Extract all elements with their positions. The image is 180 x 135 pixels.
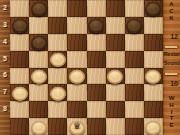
divider-bottom [165,73,177,76]
square-r6c2[interactable] [29,84,48,101]
square-r5c8[interactable] [144,68,163,85]
square-r5c3[interactable] [48,68,67,85]
black-checker[interactable] [88,19,104,33]
sound-button[interactable]: Sound [164,60,180,67]
square-r3c2[interactable] [29,34,48,51]
white-checker[interactable] [50,87,66,101]
square-r5c5[interactable] [87,68,106,85]
square-r4c2[interactable] [29,51,48,68]
square-r8c2[interactable] [29,118,48,135]
square-r3c3[interactable] [48,34,67,51]
square-r5c7[interactable] [125,68,144,85]
white-checker[interactable] [31,120,47,134]
square-r6c1[interactable] [10,84,29,101]
square-r4c3[interactable] [48,51,67,68]
black-label: ACK [163,1,180,21]
row-label-4: 4 [0,38,10,46]
square-r6c3[interactable] [48,84,67,101]
square-r8c6[interactable] [106,118,125,135]
row-label-8: 8 [0,105,10,113]
square-r5c4[interactable] [67,68,86,85]
white-count: 10 [163,80,178,87]
square-r3c4[interactable] [67,34,86,51]
black-checker[interactable] [31,2,47,16]
square-r8c1[interactable] [10,118,29,135]
square-r1c8[interactable] [144,0,163,17]
divider-top [165,46,177,49]
row-label-6: 6 [0,71,10,79]
white-checker[interactable] [69,70,85,84]
square-r5c1[interactable] [10,68,29,85]
square-r2c1[interactable] [10,17,29,34]
square-r3c1[interactable] [10,34,29,51]
sidebar: ACK 12 WHITE 10 [163,0,180,135]
square-r2c6[interactable] [106,17,125,34]
row-label-2: 2 [0,4,10,12]
square-r1c6[interactable] [106,0,125,17]
square-r8c3[interactable] [48,118,67,135]
square-r4c6[interactable] [106,51,125,68]
white-checker[interactable] [145,120,161,134]
checkers-game: ♛ ACK 12 WHITE 10 Restart Sound 2345678 [0,0,180,135]
square-r6c7[interactable] [125,84,144,101]
square-r1c3[interactable] [48,0,67,17]
row-label-3: 3 [0,21,10,29]
white-checker[interactable] [50,53,66,67]
black-checker[interactable] [145,2,161,16]
square-r2c3[interactable] [48,17,67,34]
square-r2c8[interactable] [144,17,163,34]
square-r1c4[interactable] [67,0,86,17]
square-r2c4[interactable] [67,17,86,34]
square-r1c2[interactable] [29,0,48,17]
black-checker[interactable] [31,36,47,50]
square-r8c4[interactable]: ♛ [67,118,86,135]
row-label-7: 7 [0,88,10,96]
square-r6c4[interactable] [67,84,86,101]
square-r6c8[interactable] [144,84,163,101]
square-r6c5[interactable] [87,84,106,101]
black-checker[interactable] [126,19,142,33]
square-r4c7[interactable] [125,51,144,68]
square-r7c5[interactable] [87,101,106,118]
square-r5c6[interactable] [106,68,125,85]
square-r4c4[interactable] [67,51,86,68]
square-r8c7[interactable] [125,118,144,135]
white-checker[interactable] [107,70,123,84]
white-label: WHITE [163,95,180,129]
square-r2c7[interactable] [125,17,144,34]
square-r2c5[interactable] [87,17,106,34]
king-crown-icon: ♛ [73,122,81,131]
black-count: 12 [163,33,178,40]
square-r1c1[interactable] [10,0,29,17]
square-r7c6[interactable] [106,101,125,118]
square-r3c8[interactable] [144,34,163,51]
square-r7c4[interactable] [67,101,86,118]
square-r3c6[interactable] [106,34,125,51]
square-r1c7[interactable] [125,0,144,17]
square-r4c5[interactable] [87,51,106,68]
square-r1c5[interactable] [87,0,106,17]
black-checker[interactable] [12,19,28,33]
square-r7c7[interactable] [125,101,144,118]
square-r6c6[interactable] [106,84,125,101]
square-r4c8[interactable] [144,51,163,68]
square-r7c2[interactable] [29,101,48,118]
square-r7c3[interactable] [48,101,67,118]
square-r8c5[interactable] [87,118,106,135]
square-r4c1[interactable] [10,51,29,68]
white-checker[interactable] [12,87,28,101]
white-king-checker[interactable]: ♛ [69,120,85,134]
restart-button[interactable]: Restart [164,51,180,58]
square-r7c8[interactable] [144,101,163,118]
row-label-5: 5 [0,55,10,63]
square-r8c8[interactable] [144,118,163,135]
square-r5c2[interactable] [29,68,48,85]
square-r2c2[interactable] [29,17,48,34]
square-r3c7[interactable] [125,34,144,51]
square-r7c1[interactable] [10,101,29,118]
square-r3c5[interactable] [87,34,106,51]
checkers-board: ♛ [10,0,163,135]
white-checker[interactable] [145,70,161,84]
white-checker[interactable] [31,70,47,84]
